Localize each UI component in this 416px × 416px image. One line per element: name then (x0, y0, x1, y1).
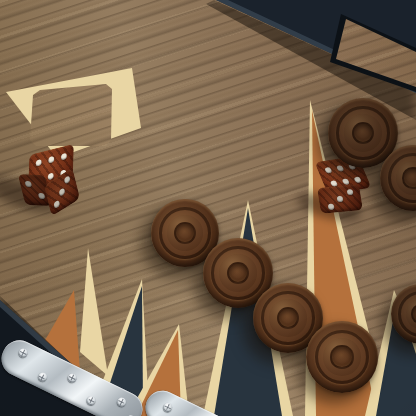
die-pip (354, 177, 362, 184)
die-pip (48, 156, 54, 164)
center-die-front-face (317, 184, 363, 213)
hinge-screw (162, 401, 174, 413)
die-pip (36, 159, 42, 167)
die-pip (327, 203, 334, 209)
die-pip (53, 200, 60, 209)
die-pip (336, 165, 344, 172)
center-die[interactable] (317, 158, 381, 226)
checker-row-4[interactable] (306, 321, 378, 393)
backgammon-board-photo (0, 0, 416, 416)
die-pip (61, 153, 67, 161)
die-pip (346, 188, 353, 194)
hinge-screw (36, 371, 48, 383)
die-pip (38, 193, 46, 199)
die-pip (337, 196, 344, 202)
left-die[interactable] (20, 148, 84, 216)
hinge-screw (115, 396, 127, 408)
hinge-screw (86, 394, 98, 406)
hinge-screw (66, 371, 78, 383)
die-pip (59, 187, 66, 196)
hinge-screw (17, 347, 29, 359)
die-pip (64, 175, 71, 184)
die-pip (324, 167, 332, 174)
die-pip (24, 181, 32, 187)
